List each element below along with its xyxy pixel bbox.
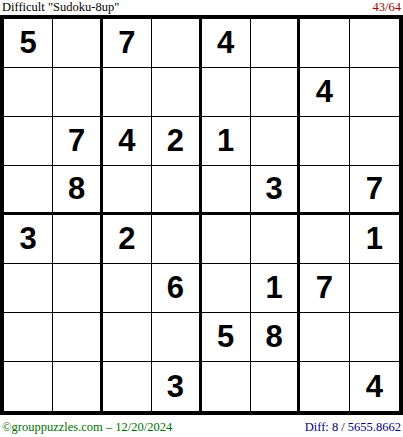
cell-r6c4: 6 [152, 264, 201, 313]
cell-r8c4: 3 [152, 362, 201, 411]
cell-r5c3: 2 [103, 215, 152, 264]
cell-r6c5 [202, 264, 251, 313]
cell-r8c3 [103, 362, 152, 411]
cell-r5c7 [300, 215, 349, 264]
header: Difficult "Sudoku-8up" 43/64 [0, 0, 403, 15]
cell-r8c6 [251, 362, 300, 411]
cell-r2c4 [152, 68, 201, 117]
cell-r3c6 [251, 117, 300, 166]
cell-r1c8 [350, 19, 399, 68]
cell-r7c7 [300, 313, 349, 362]
cell-r8c1 [4, 362, 53, 411]
cell-r2c8 [350, 68, 399, 117]
cell-r1c4 [152, 19, 201, 68]
cell-r3c7 [300, 117, 349, 166]
cell-r6c6: 1 [251, 264, 300, 313]
cell-r1c2 [53, 19, 102, 68]
cell-r6c2 [53, 264, 102, 313]
cell-r6c7: 7 [300, 264, 349, 313]
cell-r7c6: 8 [251, 313, 300, 362]
cell-r3c2: 7 [53, 117, 102, 166]
cell-r4c1 [4, 166, 53, 215]
cell-r7c5: 5 [202, 313, 251, 362]
cell-r6c8 [350, 264, 399, 313]
cell-r7c8 [350, 313, 399, 362]
cell-r5c1: 3 [4, 215, 53, 264]
cell-r8c5 [202, 362, 251, 411]
cell-r4c6: 3 [251, 166, 300, 215]
cell-r6c1 [4, 264, 53, 313]
cell-r1c6 [251, 19, 300, 68]
cell-r7c3 [103, 313, 152, 362]
cell-r6c3 [103, 264, 152, 313]
cell-r1c1: 5 [4, 19, 53, 68]
cell-r5c4 [152, 215, 201, 264]
cell-r5c6 [251, 215, 300, 264]
cell-r4c2: 8 [53, 166, 102, 215]
cell-r2c5 [202, 68, 251, 117]
cell-r2c6 [251, 68, 300, 117]
cell-r8c2 [53, 362, 102, 411]
cell-r4c8: 7 [350, 166, 399, 215]
cell-r2c2 [53, 68, 102, 117]
footer: ©grouppuzzles.com – 12/20/2024 Diff: 8 /… [0, 415, 403, 437]
cell-r7c1 [4, 313, 53, 362]
cell-r3c5: 1 [202, 117, 251, 166]
cell-r1c5: 4 [202, 19, 251, 68]
cell-r2c1 [4, 68, 53, 117]
cell-r5c5 [202, 215, 251, 264]
cell-r2c3 [103, 68, 152, 117]
cell-r4c7 [300, 166, 349, 215]
cell-r5c2 [53, 215, 102, 264]
puzzle-title: Difficult "Sudoku-8up" [2, 1, 119, 14]
cell-r5c8: 1 [350, 215, 399, 264]
cell-r7c4 [152, 313, 201, 362]
cell-r3c8 [350, 117, 399, 166]
cell-r3c4: 2 [152, 117, 201, 166]
cell-r7c2 [53, 313, 102, 362]
cell-r4c5 [202, 166, 251, 215]
cell-r3c3: 4 [103, 117, 152, 166]
cell-r1c7 [300, 19, 349, 68]
empty-cell-count: 43/64 [373, 1, 401, 14]
copyright-text: ©grouppuzzles.com – 12/20/2024 [2, 420, 172, 435]
sudoku-grid: 574474218373216175834 [0, 15, 403, 415]
cell-r8c8: 4 [350, 362, 399, 411]
cell-r2c7: 4 [300, 68, 349, 117]
cell-r4c3 [103, 166, 152, 215]
cell-r3c1 [4, 117, 53, 166]
cell-r4c4 [152, 166, 201, 215]
cell-r1c3: 7 [103, 19, 152, 68]
cell-r8c7 [300, 362, 349, 411]
difficulty-text: Diff: 8 / 5655.8662 [305, 420, 401, 435]
